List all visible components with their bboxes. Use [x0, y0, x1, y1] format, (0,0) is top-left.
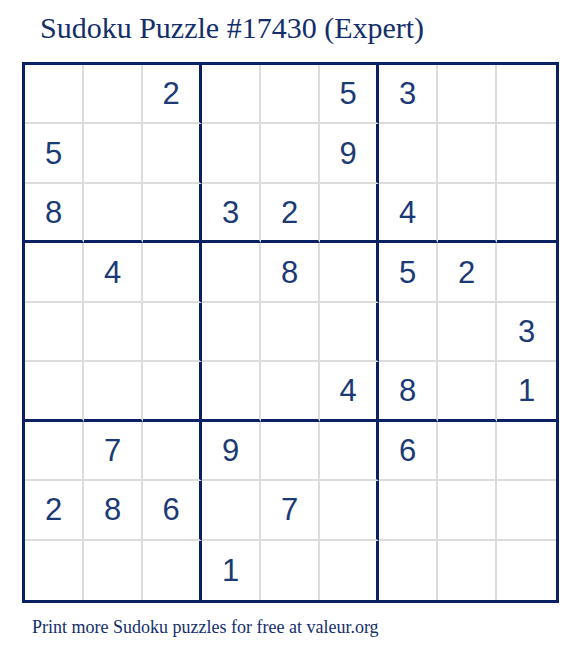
sudoku-cell-r2c6: 9: [320, 124, 379, 183]
sudoku-cell-r1c3: 2: [143, 65, 202, 124]
sudoku-cell-r7c5: [261, 422, 320, 481]
sudoku-cell-r5c9: 3: [497, 303, 556, 362]
sudoku-cell-r9c9: [497, 541, 556, 600]
sudoku-cell-r7c4: 9: [202, 422, 261, 481]
sudoku-cell-r6c6: 4: [320, 362, 379, 421]
sudoku-cell-r9c7: [379, 541, 438, 600]
sudoku-cell-r8c6: [320, 481, 379, 540]
sudoku-cell-r7c8: [438, 422, 497, 481]
sudoku-cell-r2c2: [84, 124, 143, 183]
sudoku-cell-r9c3: [143, 541, 202, 600]
sudoku-cell-r1c6: 5: [320, 65, 379, 124]
sudoku-cell-r6c5: [261, 362, 320, 421]
sudoku-cell-r7c9: [497, 422, 556, 481]
footer-note: Print more Sudoku puzzles for free at va…: [32, 617, 379, 638]
sudoku-cell-r6c4: [202, 362, 261, 421]
sudoku-cell-r5c5: [261, 303, 320, 362]
sudoku-cell-r5c6: [320, 303, 379, 362]
sudoku-cell-r8c8: [438, 481, 497, 540]
sudoku-cell-r3c8: [438, 184, 497, 243]
sudoku-cell-r5c4: [202, 303, 261, 362]
sudoku-cell-r1c5: [261, 65, 320, 124]
sudoku-cell-r2c5: [261, 124, 320, 183]
sudoku-cell-r4c3: [143, 243, 202, 302]
sudoku-cell-r1c7: 3: [379, 65, 438, 124]
sudoku-cell-r7c1: [25, 422, 84, 481]
sudoku-cell-r3c3: [143, 184, 202, 243]
sudoku-cell-r6c9: 1: [497, 362, 556, 421]
sudoku-cell-r7c2: 7: [84, 422, 143, 481]
sudoku-cell-r5c8: [438, 303, 497, 362]
sudoku-cell-r3c5: 2: [261, 184, 320, 243]
sudoku-cell-r4c6: [320, 243, 379, 302]
sudoku-cell-r4c8: 2: [438, 243, 497, 302]
sudoku-cell-r4c1: [25, 243, 84, 302]
sudoku-cell-r3c2: [84, 184, 143, 243]
sudoku-cell-r8c2: 8: [84, 481, 143, 540]
sudoku-board: 2535983244852348179628671: [22, 62, 559, 603]
sudoku-cell-r9c4: 1: [202, 541, 261, 600]
sudoku-cell-r3c6: [320, 184, 379, 243]
sudoku-cell-r6c8: [438, 362, 497, 421]
sudoku-cell-r9c8: [438, 541, 497, 600]
sudoku-cell-r2c4: [202, 124, 261, 183]
sudoku-cell-r2c9: [497, 124, 556, 183]
sudoku-cell-r3c1: 8: [25, 184, 84, 243]
sudoku-cell-r5c2: [84, 303, 143, 362]
sudoku-cell-r7c3: [143, 422, 202, 481]
sudoku-cell-r8c9: [497, 481, 556, 540]
sudoku-cell-r1c1: [25, 65, 84, 124]
sudoku-cell-r8c3: 6: [143, 481, 202, 540]
sudoku-cell-r4c5: 8: [261, 243, 320, 302]
sudoku-cell-r7c6: [320, 422, 379, 481]
sudoku-cell-r4c7: 5: [379, 243, 438, 302]
sudoku-cell-r9c6: [320, 541, 379, 600]
sudoku-cell-r2c3: [143, 124, 202, 183]
sudoku-cell-r7c7: 6: [379, 422, 438, 481]
sudoku-cell-r3c7: 4: [379, 184, 438, 243]
sudoku-cell-r1c2: [84, 65, 143, 124]
sudoku-cell-r8c1: 2: [25, 481, 84, 540]
sudoku-cell-r4c2: 4: [84, 243, 143, 302]
sudoku-cell-r6c2: [84, 362, 143, 421]
sudoku-cell-r3c9: [497, 184, 556, 243]
sudoku-cell-r4c4: [202, 243, 261, 302]
sudoku-cell-r9c1: [25, 541, 84, 600]
sudoku-cell-r8c5: 7: [261, 481, 320, 540]
sudoku-cell-r1c4: [202, 65, 261, 124]
sudoku-cell-r5c1: [25, 303, 84, 362]
sudoku-cell-r5c3: [143, 303, 202, 362]
page-title: Sudoku Puzzle #17430 (Expert): [40, 11, 424, 45]
sudoku-cell-r8c7: [379, 481, 438, 540]
sudoku-cell-r6c1: [25, 362, 84, 421]
sudoku-cell-r5c7: [379, 303, 438, 362]
sudoku-cell-r1c9: [497, 65, 556, 124]
sudoku-cell-r2c8: [438, 124, 497, 183]
sudoku-cell-r9c2: [84, 541, 143, 600]
sudoku-cell-r8c4: [202, 481, 261, 540]
sudoku-cell-r4c9: [497, 243, 556, 302]
sudoku-grid: 2535983244852348179628671: [25, 65, 556, 600]
sudoku-cell-r1c8: [438, 65, 497, 124]
sudoku-cell-r2c1: 5: [25, 124, 84, 183]
sudoku-cell-r3c4: 3: [202, 184, 261, 243]
sudoku-cell-r6c7: 8: [379, 362, 438, 421]
sudoku-cell-r2c7: [379, 124, 438, 183]
sudoku-cell-r6c3: [143, 362, 202, 421]
sudoku-cell-r9c5: [261, 541, 320, 600]
